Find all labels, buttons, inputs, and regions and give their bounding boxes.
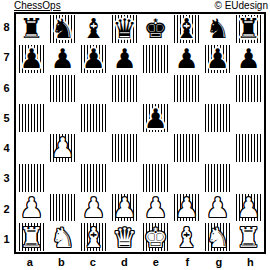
square-e6[interactable] xyxy=(140,74,171,104)
square-g3[interactable] xyxy=(202,163,233,193)
square-e7[interactable] xyxy=(140,44,171,74)
square-a6[interactable] xyxy=(16,74,47,104)
square-f4[interactable] xyxy=(171,133,202,163)
rank-labels: 87654321 xyxy=(0,12,13,254)
black-knight[interactable]: ♞ xyxy=(50,14,74,43)
square-f5[interactable] xyxy=(171,103,202,133)
square-f1[interactable]: ♝ xyxy=(171,222,202,252)
white-pawn[interactable]: ♟ xyxy=(50,133,74,162)
square-h3[interactable] xyxy=(233,163,264,193)
app-title: ChessOps xyxy=(14,0,61,11)
black-pawn[interactable]: ♟ xyxy=(81,44,105,73)
square-f8[interactable]: ♝ xyxy=(171,14,202,44)
square-c4[interactable] xyxy=(78,133,109,163)
square-f2[interactable]: ♟ xyxy=(171,193,202,223)
white-pawn[interactable]: ♟ xyxy=(81,193,105,222)
white-pawn[interactable]: ♟ xyxy=(143,193,167,222)
file-label-f: f xyxy=(172,255,204,269)
copyright-credit: © EUdesign xyxy=(214,0,268,11)
square-e1[interactable]: ♚ xyxy=(140,222,171,252)
square-b7[interactable]: ♟ xyxy=(47,44,78,74)
black-rook[interactable]: ♜ xyxy=(236,14,260,43)
square-b1[interactable]: ♞ xyxy=(47,222,78,252)
square-c5[interactable] xyxy=(78,103,109,133)
file-label-c: c xyxy=(77,255,109,269)
square-c7[interactable]: ♟ xyxy=(78,44,109,74)
square-f7[interactable]: ♟ xyxy=(171,44,202,74)
black-queen[interactable]: ♛ xyxy=(112,14,136,43)
file-label-d: d xyxy=(109,255,141,269)
square-a8[interactable]: ♜ xyxy=(16,14,47,44)
square-b5[interactable] xyxy=(47,103,78,133)
rank-label-2: 2 xyxy=(0,194,13,224)
black-pawn[interactable]: ♟ xyxy=(236,44,260,73)
rank-label-7: 7 xyxy=(0,42,13,72)
white-queen[interactable]: ♛ xyxy=(112,223,136,252)
square-g1[interactable]: ♞ xyxy=(202,222,233,252)
black-pawn[interactable]: ♟ xyxy=(19,44,43,73)
square-d7[interactable]: ♟ xyxy=(109,44,140,74)
black-knight[interactable]: ♞ xyxy=(205,14,229,43)
black-bishop[interactable]: ♝ xyxy=(81,14,105,43)
rank-label-6: 6 xyxy=(0,73,13,103)
square-a7[interactable]: ♟ xyxy=(16,44,47,74)
white-knight[interactable]: ♞ xyxy=(205,223,229,252)
square-b3[interactable] xyxy=(47,163,78,193)
square-h5[interactable] xyxy=(233,103,264,133)
square-c6[interactable] xyxy=(78,74,109,104)
black-pawn[interactable]: ♟ xyxy=(143,104,167,133)
white-pawn[interactable]: ♟ xyxy=(19,193,43,222)
black-king[interactable]: ♚ xyxy=(143,14,167,43)
rank-label-8: 8 xyxy=(0,12,13,42)
black-pawn[interactable]: ♟ xyxy=(112,44,136,73)
square-a3[interactable] xyxy=(16,163,47,193)
square-h4[interactable] xyxy=(233,133,264,163)
square-f3[interactable] xyxy=(171,163,202,193)
square-g5[interactable] xyxy=(202,103,233,133)
square-h8[interactable]: ♜ xyxy=(233,14,264,44)
white-bishop[interactable]: ♝ xyxy=(81,223,105,252)
square-f6[interactable] xyxy=(171,74,202,104)
white-pawn[interactable]: ♟ xyxy=(205,193,229,222)
square-b2[interactable] xyxy=(47,193,78,223)
square-g8[interactable]: ♞ xyxy=(202,14,233,44)
square-d3[interactable] xyxy=(109,163,140,193)
file-label-a: a xyxy=(14,255,46,269)
black-pawn[interactable]: ♟ xyxy=(205,44,229,73)
square-c3[interactable] xyxy=(78,163,109,193)
white-rook[interactable]: ♜ xyxy=(236,223,260,252)
white-pawn[interactable]: ♟ xyxy=(236,193,260,222)
black-pawn[interactable]: ♟ xyxy=(174,44,198,73)
square-a4[interactable] xyxy=(16,133,47,163)
square-d1[interactable]: ♛ xyxy=(109,222,140,252)
black-rook[interactable]: ♜ xyxy=(19,14,43,43)
square-b6[interactable] xyxy=(47,74,78,104)
square-e5[interactable]: ♟ xyxy=(140,103,171,133)
white-rook[interactable]: ♜ xyxy=(19,223,43,252)
white-bishop[interactable]: ♝ xyxy=(174,223,198,252)
rank-label-1: 1 xyxy=(0,224,13,254)
square-d8[interactable]: ♛ xyxy=(109,14,140,44)
white-pawn[interactable]: ♟ xyxy=(174,193,198,222)
square-h6[interactable] xyxy=(233,74,264,104)
square-d6[interactable] xyxy=(109,74,140,104)
white-knight[interactable]: ♞ xyxy=(50,223,74,252)
square-g2[interactable]: ♟ xyxy=(202,193,233,223)
square-c1[interactable]: ♝ xyxy=(78,222,109,252)
file-label-e: e xyxy=(140,255,172,269)
square-e4[interactable] xyxy=(140,133,171,163)
square-c8[interactable]: ♝ xyxy=(78,14,109,44)
square-g4[interactable] xyxy=(202,133,233,163)
square-h1[interactable]: ♜ xyxy=(233,222,264,252)
square-a5[interactable] xyxy=(16,103,47,133)
square-e8[interactable]: ♚ xyxy=(140,14,171,44)
square-d2[interactable]: ♟ xyxy=(109,193,140,223)
square-g7[interactable]: ♟ xyxy=(202,44,233,74)
rank-label-3: 3 xyxy=(0,163,13,193)
chess-diagram-window: ChessOps © EUdesign 87654321 ♜♞♝♛♚♝♞♜♟♟♟… xyxy=(0,0,270,270)
square-h7[interactable]: ♟ xyxy=(233,44,264,74)
square-b4[interactable]: ♟ xyxy=(47,133,78,163)
rank-label-5: 5 xyxy=(0,103,13,133)
square-a2[interactable]: ♟ xyxy=(16,193,47,223)
square-e2[interactable]: ♟ xyxy=(140,193,171,223)
chess-board: ♜♞♝♛♚♝♞♜♟♟♟♟♟♟♟♟♟♟♟♟♟♟♟♟♜♞♝♛♚♝♞♜ xyxy=(14,12,266,254)
square-c2[interactable]: ♟ xyxy=(78,193,109,223)
square-d5[interactable] xyxy=(109,103,140,133)
white-pawn[interactable]: ♟ xyxy=(112,193,136,222)
file-labels: abcdefgh xyxy=(14,255,266,269)
black-pawn[interactable]: ♟ xyxy=(50,44,74,73)
rank-label-4: 4 xyxy=(0,133,13,163)
square-g6[interactable] xyxy=(202,74,233,104)
square-h2[interactable]: ♟ xyxy=(233,193,264,223)
square-d4[interactable] xyxy=(109,133,140,163)
file-label-g: g xyxy=(203,255,235,269)
file-label-b: b xyxy=(46,255,78,269)
white-king[interactable]: ♚ xyxy=(143,223,167,252)
square-b8[interactable]: ♞ xyxy=(47,14,78,44)
square-e3[interactable] xyxy=(140,163,171,193)
black-bishop[interactable]: ♝ xyxy=(174,14,198,43)
square-a1[interactable]: ♜ xyxy=(16,222,47,252)
file-label-h: h xyxy=(235,255,267,269)
